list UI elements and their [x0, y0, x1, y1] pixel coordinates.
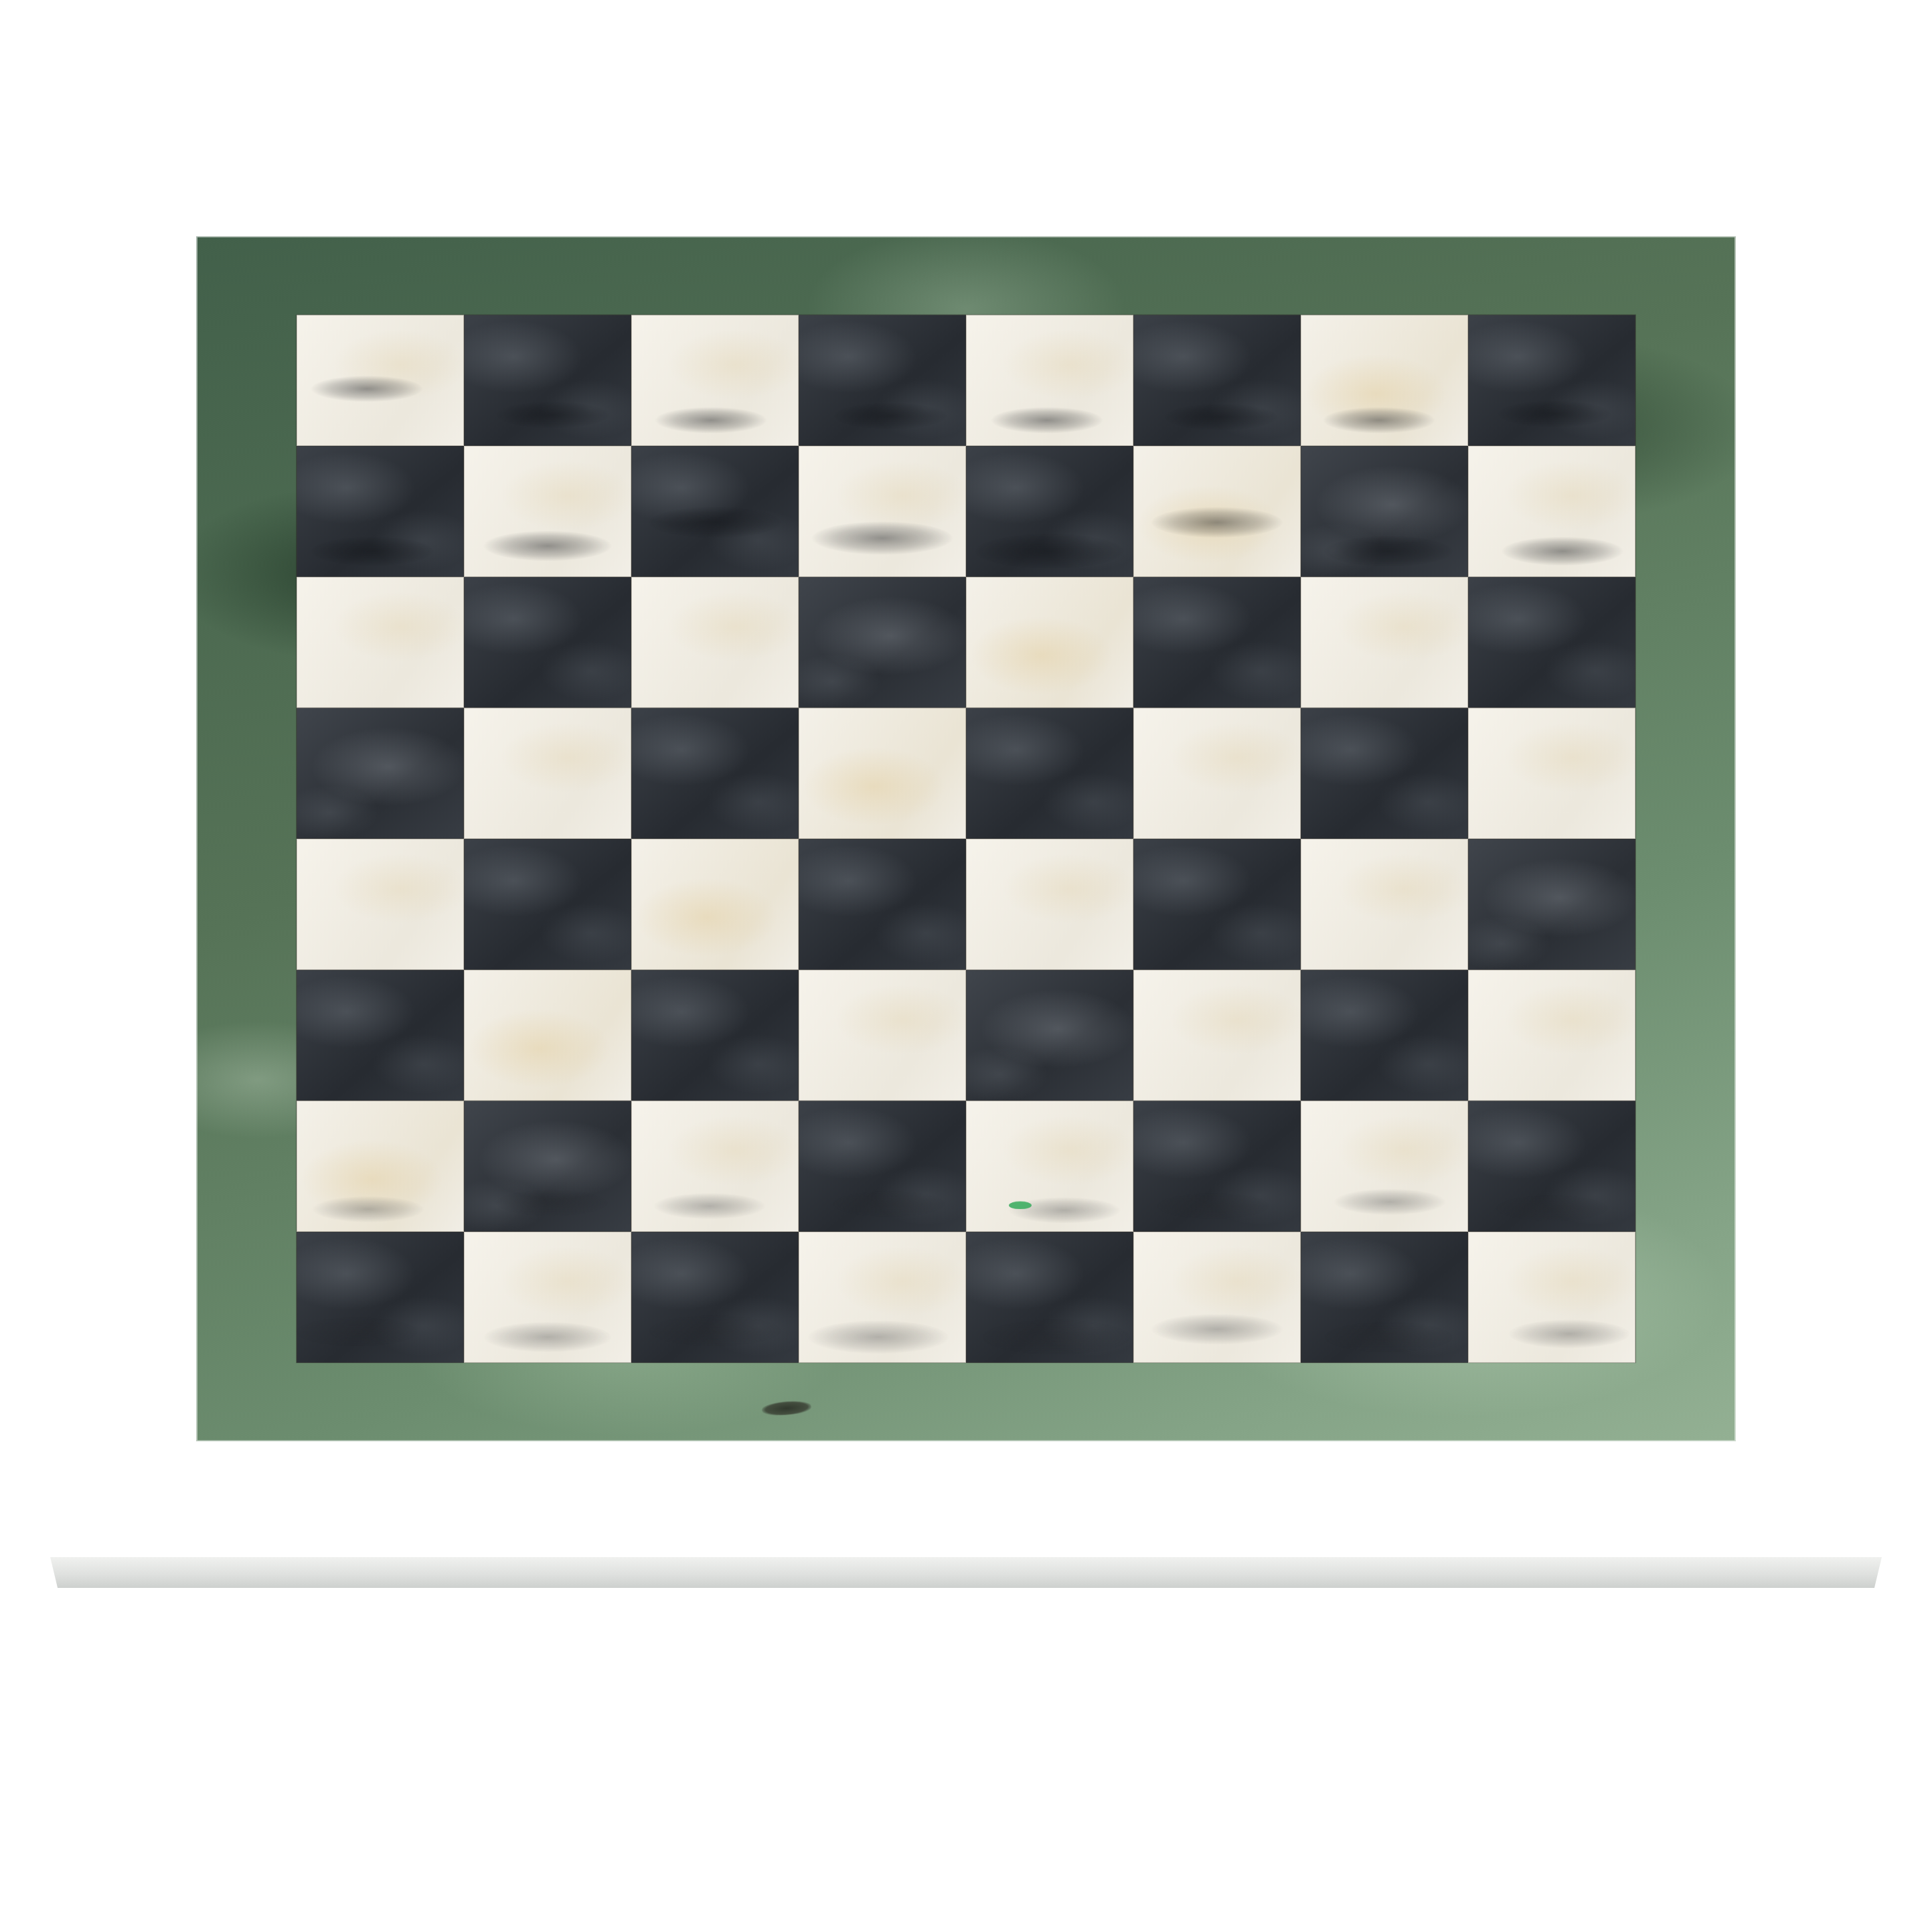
piece-shadow — [1508, 1319, 1631, 1349]
piece-shadow — [310, 376, 424, 402]
board-slab-edge — [43, 1557, 1889, 1588]
piece-shadow — [483, 1321, 613, 1352]
pieces-layer: ♟♟♟♟♟♟♟♟♜♞♝♛♚♝♞♜♟♟♟♟♟♟♟♟♜♞♝♛♚♝♞♜ — [196, 236, 1736, 1441]
chess-board-wrap: ♟♟♟♟♟♟♟♟♜♞♝♛♚♝♞♜♟♟♟♟♟♟♟♟♜♞♝♛♚♝♞♜ — [196, 69, 1736, 1609]
chess-board: ♟♟♟♟♟♟♟♟♜♞♝♛♚♝♞♜♟♟♟♟♟♟♟♟♜♞♝♛♚♝♞♜ — [196, 236, 1736, 1441]
product-photo-scene: ♟♟♟♟♟♟♟♟♜♞♝♛♚♝♞♜♟♟♟♟♟♟♟♟♜♞♝♛♚♝♞♜ — [0, 0, 1932, 1932]
